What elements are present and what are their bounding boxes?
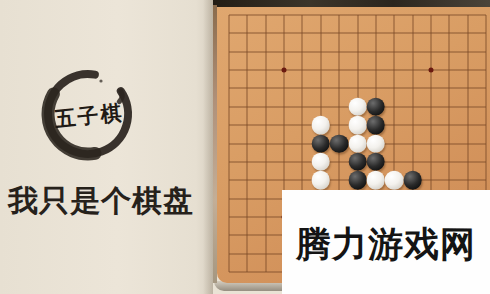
watermark-banner: 腾力游戏网 xyxy=(282,190,490,294)
board-left-edge xyxy=(213,5,217,283)
panel-seam-shadow xyxy=(203,0,213,294)
enso-logo: 五子棋 xyxy=(38,62,138,162)
white-stone xyxy=(385,171,404,190)
white-stone xyxy=(311,171,330,190)
screenshot-root: 五子棋 我只是个棋盘 腾力游戏网 xyxy=(0,0,490,294)
left-paper-panel: 五子棋 我只是个棋盘 xyxy=(0,0,213,294)
black-stone xyxy=(367,97,386,116)
white-stone xyxy=(348,97,367,116)
black-stone xyxy=(348,171,367,190)
white-stone xyxy=(311,153,330,172)
tagline-text: 我只是个棋盘 xyxy=(0,181,202,222)
black-stone xyxy=(330,134,349,153)
white-stone xyxy=(348,134,367,153)
black-stone xyxy=(311,134,330,153)
white-stone xyxy=(348,116,367,135)
white-stone xyxy=(367,134,386,153)
watermark-site-name: 腾力游戏网 xyxy=(282,221,490,268)
black-stone xyxy=(367,153,386,172)
black-stone xyxy=(367,116,386,135)
star-point xyxy=(282,68,287,73)
board-top-edge xyxy=(213,0,490,7)
black-stone xyxy=(403,171,422,190)
white-stone xyxy=(367,171,386,190)
star-point xyxy=(428,68,433,73)
black-stone xyxy=(348,153,367,172)
white-stone xyxy=(311,116,330,135)
